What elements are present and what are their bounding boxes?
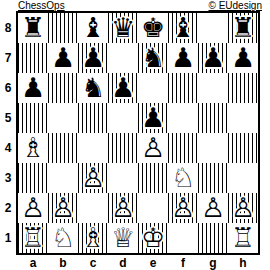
square-g5[interactable] [198, 103, 228, 133]
file-label-e: e [138, 255, 168, 270]
rank-label-7: 7 [0, 43, 16, 73]
square-e2[interactable] [138, 193, 168, 223]
square-g1[interactable] [198, 223, 228, 253]
piece-black-king[interactable]: ♚ [141, 13, 165, 43]
square-a4[interactable]: ♗ [18, 133, 48, 163]
piece-black-pawn[interactable]: ♟ [231, 43, 255, 73]
file-label-h: h [228, 255, 258, 270]
square-e7[interactable]: ♞ [138, 43, 168, 73]
square-f5[interactable] [168, 103, 198, 133]
square-b5[interactable] [48, 103, 78, 133]
square-d6[interactable]: ♟ [108, 73, 138, 103]
file-label-d: d [108, 255, 138, 270]
piece-black-bishop[interactable]: ♝ [81, 13, 105, 43]
file-label-a: a [18, 255, 48, 270]
file-label-c: c [78, 255, 108, 270]
file-label-b: b [48, 255, 78, 270]
square-h6[interactable] [228, 73, 258, 103]
piece-white-pawn[interactable]: ♙ [201, 193, 225, 223]
square-e5[interactable]: ♟ [138, 103, 168, 133]
square-d7[interactable] [108, 43, 138, 73]
square-c2[interactable] [78, 193, 108, 223]
square-a7[interactable] [18, 43, 48, 73]
rank-label-1: 1 [0, 223, 16, 253]
square-d5[interactable] [108, 103, 138, 133]
square-g2[interactable]: ♙ [198, 193, 228, 223]
piece-white-pawn[interactable]: ♙ [141, 133, 165, 163]
square-b8[interactable] [48, 13, 78, 43]
square-d1[interactable]: ♕ [108, 223, 138, 253]
square-g3[interactable] [198, 163, 228, 193]
square-a8[interactable]: ♜ [18, 13, 48, 43]
chessops-window: ChessOps © EUdesign 87654321 ♜♝♛♚♝♜♟♟♞♟♟… [0, 0, 270, 270]
rank-label-4: 4 [0, 133, 16, 163]
piece-black-knight[interactable]: ♞ [81, 73, 105, 103]
file-label-f: f [168, 255, 198, 270]
square-c7[interactable]: ♟ [78, 43, 108, 73]
square-b6[interactable] [48, 73, 78, 103]
piece-white-bishop[interactable]: ♗ [21, 133, 45, 163]
square-h1[interactable]: ♖ [228, 223, 258, 253]
square-e3[interactable] [138, 163, 168, 193]
piece-black-pawn[interactable]: ♟ [141, 103, 165, 133]
square-f6[interactable] [168, 73, 198, 103]
piece-black-pawn[interactable]: ♟ [51, 43, 75, 73]
piece-white-pawn[interactable]: ♙ [171, 193, 195, 223]
file-labels: abcdefgh [18, 255, 258, 270]
square-g7[interactable]: ♟ [198, 43, 228, 73]
square-a6[interactable]: ♟ [18, 73, 48, 103]
square-c1[interactable]: ♗ [78, 223, 108, 253]
piece-white-rook[interactable]: ♖ [231, 223, 255, 253]
square-c4[interactable] [78, 133, 108, 163]
file-label-g: g [198, 255, 228, 270]
piece-black-pawn[interactable]: ♟ [171, 43, 195, 73]
piece-white-queen[interactable]: ♕ [111, 223, 135, 253]
square-h8[interactable]: ♜ [228, 13, 258, 43]
square-c8[interactable]: ♝ [78, 13, 108, 43]
piece-black-rook[interactable]: ♜ [21, 13, 45, 43]
square-g8[interactable] [198, 13, 228, 43]
rank-label-8: 8 [0, 13, 16, 43]
square-h4[interactable] [228, 133, 258, 163]
piece-black-rook[interactable]: ♜ [231, 13, 255, 43]
square-h5[interactable] [228, 103, 258, 133]
square-h2[interactable]: ♙ [228, 193, 258, 223]
square-d3[interactable] [108, 163, 138, 193]
square-g6[interactable] [198, 73, 228, 103]
piece-black-pawn[interactable]: ♟ [21, 73, 45, 103]
piece-white-pawn[interactable]: ♙ [231, 193, 255, 223]
square-b2[interactable]: ♙ [48, 193, 78, 223]
piece-white-pawn[interactable]: ♙ [111, 193, 135, 223]
piece-black-pawn[interactable]: ♟ [111, 73, 135, 103]
square-a5[interactable] [18, 103, 48, 133]
rank-label-2: 2 [0, 193, 16, 223]
piece-black-queen[interactable]: ♛ [111, 13, 135, 43]
square-c3[interactable]: ♙ [78, 163, 108, 193]
square-f8[interactable]: ♝ [168, 13, 198, 43]
square-a3[interactable] [18, 163, 48, 193]
piece-white-pawn[interactable]: ♙ [81, 163, 105, 193]
piece-white-knight[interactable]: ♘ [171, 163, 195, 193]
square-e8[interactable]: ♚ [138, 13, 168, 43]
square-c5[interactable] [78, 103, 108, 133]
piece-black-pawn[interactable]: ♟ [81, 43, 105, 73]
square-e1[interactable]: ♔ [138, 223, 168, 253]
square-f7[interactable]: ♟ [168, 43, 198, 73]
piece-black-knight[interactable]: ♞ [141, 43, 165, 73]
square-a2[interactable]: ♙ [18, 193, 48, 223]
square-f4[interactable] [168, 133, 198, 163]
piece-white-king[interactable]: ♔ [141, 223, 165, 253]
rank-label-6: 6 [0, 73, 16, 103]
piece-black-bishop[interactable]: ♝ [171, 13, 195, 43]
piece-white-rook[interactable]: ♖ [21, 223, 45, 253]
piece-black-pawn[interactable]: ♟ [201, 43, 225, 73]
square-b1[interactable]: ♘ [48, 223, 78, 253]
square-b3[interactable] [48, 163, 78, 193]
square-f2[interactable]: ♙ [168, 193, 198, 223]
square-d8[interactable]: ♛ [108, 13, 138, 43]
square-f1[interactable] [168, 223, 198, 253]
square-b4[interactable] [48, 133, 78, 163]
square-f3[interactable]: ♘ [168, 163, 198, 193]
square-h7[interactable]: ♟ [228, 43, 258, 73]
square-c6[interactable]: ♞ [78, 73, 108, 103]
square-d4[interactable] [108, 133, 138, 163]
rank-label-5: 5 [0, 103, 16, 133]
square-e6[interactable] [138, 73, 168, 103]
credit-label: © EUdesign [208, 0, 262, 11]
piece-white-bishop[interactable]: ♗ [81, 223, 105, 253]
app-title: ChessOps [18, 0, 65, 11]
square-g4[interactable] [198, 133, 228, 163]
square-d2[interactable]: ♙ [108, 193, 138, 223]
piece-white-knight[interactable]: ♘ [51, 223, 75, 253]
rank-label-3: 3 [0, 163, 16, 193]
square-b7[interactable]: ♟ [48, 43, 78, 73]
square-a1[interactable]: ♖ [18, 223, 48, 253]
square-h3[interactable] [228, 163, 258, 193]
piece-white-pawn[interactable]: ♙ [51, 193, 75, 223]
chess-board: ♜♝♛♚♝♜♟♟♞♟♟♟♟♞♟♟♗♙♙♘♙♙♙♙♙♙♖♘♗♕♔♖ [16, 11, 260, 255]
square-e4[interactable]: ♙ [138, 133, 168, 163]
piece-white-pawn[interactable]: ♙ [21, 193, 45, 223]
rank-labels: 87654321 [0, 13, 16, 253]
